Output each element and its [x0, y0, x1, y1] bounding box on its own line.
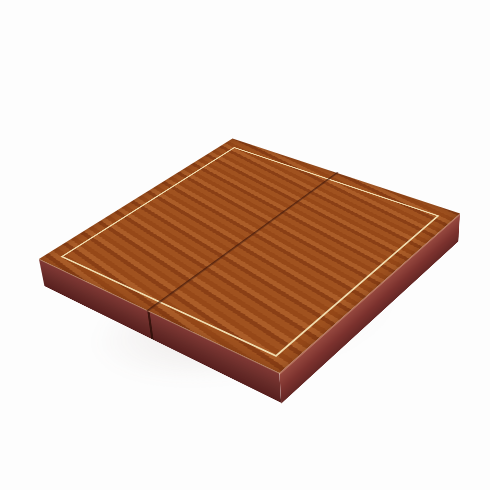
chess-set-photo: [0, 0, 490, 490]
fold-seam-side: [147, 311, 153, 340]
